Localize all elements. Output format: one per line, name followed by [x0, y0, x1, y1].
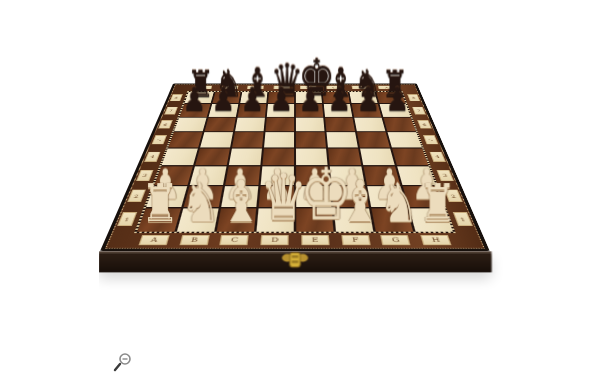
square-h7 — [380, 104, 411, 117]
square-g7 — [352, 104, 382, 117]
square-b8 — [212, 92, 240, 104]
square-d7 — [267, 104, 294, 117]
square-c7 — [238, 104, 266, 117]
square-b5 — [200, 132, 233, 147]
square-h8 — [376, 92, 405, 104]
square-e5 — [296, 132, 326, 147]
square-e6 — [296, 118, 325, 132]
square-c5 — [232, 132, 263, 147]
white-pawn-a2: ♟ — [150, 164, 179, 206]
white-rook-h1: ♜ — [419, 178, 449, 230]
brass-clasp-icon — [278, 250, 312, 275]
white-pawn-d2: ♟ — [262, 164, 291, 206]
square-a8 — [185, 92, 214, 104]
white-pawn-h2: ♟ — [411, 164, 440, 206]
zoom-out-cursor-icon[interactable] — [112, 351, 136, 375]
square-g6 — [354, 118, 385, 132]
white-queen-d1: ♛ — [260, 166, 290, 230]
white-pawn-g2: ♟ — [374, 164, 403, 206]
square-b6 — [205, 118, 236, 132]
square-d8 — [268, 92, 294, 104]
square-a7 — [180, 104, 211, 117]
square-d5 — [264, 132, 294, 147]
white-king-e1: ♚ — [300, 158, 330, 230]
chess-board: ABCDEFGH HGFEDCBA 87654321 87654321 ♜♞♝♛… — [100, 83, 490, 251]
square-g5 — [357, 132, 390, 147]
square-h5 — [388, 132, 422, 147]
square-h6 — [383, 118, 415, 132]
square-a6 — [174, 118, 206, 132]
box-front-edge — [99, 251, 492, 272]
square-e7 — [296, 104, 323, 117]
white-pawn-f2: ♟ — [337, 164, 366, 206]
product-photo: ABCDEFGH HGFEDCBA 87654321 87654321 ♜♞♝♛… — [0, 0, 600, 380]
square-e8 — [296, 92, 322, 104]
white-pawn-b2: ♟ — [187, 164, 216, 206]
square-f8 — [323, 92, 350, 104]
white-knight-g1: ♞ — [379, 176, 409, 231]
square-d6 — [266, 118, 295, 132]
square-b7 — [209, 104, 239, 117]
white-rook-a1: ♜ — [141, 178, 171, 230]
square-c6 — [235, 118, 265, 132]
white-pawn-c2: ♟ — [225, 164, 254, 206]
square-f5 — [326, 132, 357, 147]
white-knight-b1: ♞ — [181, 176, 211, 231]
square-c8 — [240, 92, 267, 104]
square-a5 — [168, 132, 202, 147]
square-f7 — [324, 104, 352, 117]
square-f6 — [325, 118, 355, 132]
square-g8 — [349, 92, 377, 104]
white-pawn-e2: ♟ — [299, 164, 328, 206]
